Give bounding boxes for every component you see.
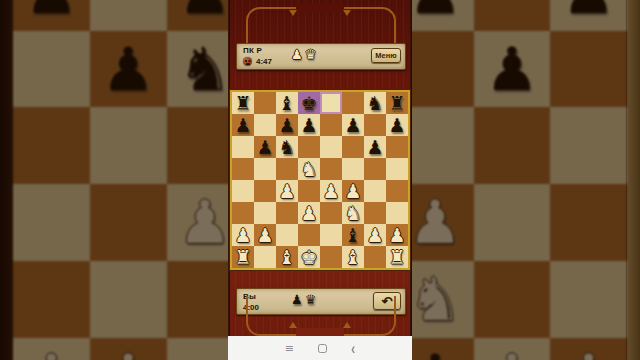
home-icon[interactable] [318,344,327,353]
top-ornament-arrow-left [289,10,297,16]
white-king-d1: ♚ [300,248,317,267]
phone-screen: ПК Р 4:47 ♟♛ Меню ♜♝♚♞♜♟♟♟♟♟♟♞♟♞♟♟♟♟♞♟♟♝… [228,0,412,360]
square-c4[interactable]: ♟ [276,180,298,202]
recents-icon[interactable]: ≡ [285,343,294,354]
square-h1[interactable]: ♜ [386,246,408,268]
white-pawn-g2: ♟ [366,226,383,245]
square-b1[interactable] [254,246,276,268]
android-nav-bar: ≡ ‹ [228,336,412,360]
sad-face-icon [243,57,252,66]
square-d1[interactable]: ♚ [298,246,320,268]
square-c7[interactable]: ♟ [276,114,298,136]
square-a5[interactable] [232,158,254,180]
white-pawn-c4: ♟ [278,182,295,201]
square-f1[interactable]: ♝ [342,246,364,268]
square-e6[interactable] [320,136,342,158]
square-f2[interactable]: ♝ [342,224,364,246]
square-c3[interactable] [276,202,298,224]
captured-by-opponent: ♟♛ [291,48,316,61]
back-icon[interactable]: ‹ [351,340,355,356]
white-bishop-f1: ♝ [344,248,361,267]
square-h8[interactable]: ♜ [386,92,408,114]
bottom-ornament-gap [296,328,344,336]
black-bishop-c8: ♝ [278,94,295,113]
square-e4[interactable]: ♟ [320,180,342,202]
chess-board: ♜♝♚♞♜♟♟♟♟♟♟♞♟♞♟♟♟♟♞♟♟♝♟♟♜♝♚♝♜ [230,90,410,270]
square-c8[interactable]: ♝ [276,92,298,114]
square-b5[interactable] [254,158,276,180]
white-pawn-f4: ♟ [344,182,361,201]
square-a6[interactable] [232,136,254,158]
opponent-panel: ПК Р 4:47 ♟♛ Меню [236,43,406,70]
square-c6[interactable]: ♞ [276,136,298,158]
square-f4[interactable]: ♟ [342,180,364,202]
top-ornament-arrow-right [343,10,351,16]
square-g6[interactable]: ♟ [364,136,386,158]
square-h6[interactable] [386,136,408,158]
white-knight-f3: ♞ [344,204,361,223]
square-d4[interactable] [298,180,320,202]
square-g5[interactable] [364,158,386,180]
black-king-d8: ♚ [300,94,317,113]
square-a4[interactable] [232,180,254,202]
white-pawn-e4: ♟ [322,182,339,201]
black-pawn-g6: ♟ [366,138,383,157]
square-f5[interactable] [342,158,364,180]
black-bishop-f2: ♝ [344,226,361,245]
white-knight-d5: ♞ [300,160,317,179]
square-a7[interactable]: ♟ [232,114,254,136]
square-g2[interactable]: ♟ [364,224,386,246]
screenshot-stage: ♜♝♚♞♜♟♟♟♟♟♟♞♟♞♟♟♟♟♞♟♟♝♟♟♜♝♚♝♜ ПК Р 4:47 … [0,0,640,360]
bottom-ornament-arrow-left [289,322,297,328]
bottom-ornament-arrow-right [343,322,351,328]
square-a2[interactable]: ♟ [232,224,254,246]
black-pawn-h7: ♟ [388,116,405,135]
square-h5[interactable] [386,158,408,180]
square-e7[interactable] [320,114,342,136]
square-b2[interactable]: ♟ [254,224,276,246]
captured-white-queen: ♛ [305,48,317,61]
square-f3[interactable]: ♞ [342,202,364,224]
menu-button-label: Меню [375,51,396,60]
top-ornament-gap [296,4,344,12]
square-g8[interactable]: ♞ [364,92,386,114]
square-c1[interactable]: ♝ [276,246,298,268]
square-b4[interactable] [254,180,276,202]
square-g4[interactable] [364,180,386,202]
square-f8[interactable] [342,92,364,114]
square-g3[interactable] [364,202,386,224]
square-g1[interactable] [364,246,386,268]
opponent-name: ПК Р [243,46,262,55]
square-d5[interactable]: ♞ [298,158,320,180]
square-b7[interactable] [254,114,276,136]
square-d6[interactable] [298,136,320,158]
square-a3[interactable] [232,202,254,224]
square-c5[interactable] [276,158,298,180]
square-f7[interactable]: ♟ [342,114,364,136]
white-pawn-h2: ♟ [388,226,405,245]
square-h3[interactable] [386,202,408,224]
white-rook-h1: ♜ [388,248,405,267]
square-d2[interactable] [298,224,320,246]
black-pawn-a7: ♟ [234,116,251,135]
square-d7[interactable]: ♟ [298,114,320,136]
square-b8[interactable] [254,92,276,114]
square-a1[interactable]: ♜ [232,246,254,268]
captured-white-pawn: ♟ [291,48,303,61]
square-f6[interactable] [342,136,364,158]
black-pawn-f7: ♟ [344,116,361,135]
white-rook-a1: ♜ [234,248,251,267]
white-pawn-b2: ♟ [256,226,273,245]
white-pawn-a2: ♟ [234,226,251,245]
black-pawn-b6: ♟ [256,138,273,157]
black-rook-a8: ♜ [234,94,251,113]
square-e3[interactable] [320,202,342,224]
menu-button[interactable]: Меню [371,48,401,63]
square-e8[interactable] [320,92,342,114]
white-pawn-d3: ♟ [300,204,317,223]
black-pawn-d7: ♟ [300,116,317,135]
square-d3[interactable]: ♟ [298,202,320,224]
square-g7[interactable] [364,114,386,136]
square-e5[interactable] [320,158,342,180]
black-knight-c6: ♞ [278,138,295,157]
square-b3[interactable] [254,202,276,224]
square-h7[interactable]: ♟ [386,114,408,136]
white-bishop-c1: ♝ [278,248,295,267]
opponent-clock: 4:47 [256,57,272,66]
square-e2[interactable] [320,224,342,246]
black-knight-g8: ♞ [366,94,383,113]
black-rook-h8: ♜ [388,94,405,113]
square-e1[interactable] [320,246,342,268]
square-a8[interactable]: ♜ [232,92,254,114]
square-d8[interactable]: ♚ [298,92,320,114]
black-pawn-c7: ♟ [278,116,295,135]
square-b6[interactable]: ♟ [254,136,276,158]
square-h4[interactable] [386,180,408,202]
square-h2[interactable]: ♟ [386,224,408,246]
square-c2[interactable] [276,224,298,246]
